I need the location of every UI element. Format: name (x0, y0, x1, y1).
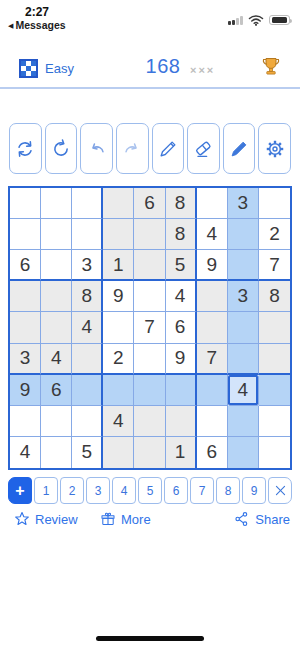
cell-r1c1[interactable] (10, 188, 41, 219)
more-button[interactable]: More (100, 511, 151, 527)
digit-key-4[interactable]: 4 (112, 477, 136, 504)
cell-r9c9[interactable] (259, 437, 290, 468)
cell-r1c3[interactable] (72, 188, 103, 219)
star-icon (14, 511, 30, 527)
status-icons (228, 14, 290, 26)
cellular-signal-icon (228, 16, 243, 25)
cell-r3c7[interactable]: 9 (197, 250, 228, 281)
cell-r4c1[interactable] (10, 281, 41, 312)
eraser-icon (192, 138, 214, 160)
sudoku-grid-icon (19, 59, 38, 78)
review-button[interactable]: Review (14, 511, 78, 527)
cell-r5c6[interactable]: 6 (166, 312, 197, 343)
cell-r9c3[interactable]: 5 (72, 437, 103, 468)
share-label: Share (255, 512, 290, 527)
mistakes-indicator: ××× (190, 64, 215, 76)
pencil-button[interactable] (152, 123, 185, 174)
cell-r7c1[interactable]: 9 (10, 375, 41, 406)
gear-icon (264, 138, 286, 160)
cell-r1c5[interactable]: 6 (134, 188, 165, 219)
status-time: 2:27 (25, 5, 49, 19)
cell-r9c8[interactable] (228, 437, 259, 468)
cell-r3c2[interactable] (41, 250, 72, 281)
back-label: Messages (15, 19, 65, 31)
app-screen: 2:27 ◀ Messages Easy 168 ××× (0, 0, 300, 650)
clear-key[interactable] (268, 477, 292, 504)
cell-r7c7[interactable] (197, 375, 228, 406)
redo-icon (121, 138, 143, 160)
more-label: More (121, 512, 151, 527)
cell-r7c6[interactable] (166, 375, 197, 406)
cell-r6c5[interactable] (134, 344, 165, 375)
back-to-messages-button[interactable]: ◀ Messages (8, 19, 66, 31)
footer-bar: Review More Share (0, 511, 300, 533)
cell-r7c3[interactable] (72, 375, 103, 406)
cell-r4c4[interactable]: 9 (103, 281, 134, 312)
cell-r2c7[interactable]: 4 (197, 219, 228, 250)
cell-r9c7[interactable]: 6 (197, 437, 228, 468)
cell-r4c5[interactable] (134, 281, 165, 312)
cell-r9c4[interactable] (103, 437, 134, 468)
cell-r1c6[interactable]: 8 (166, 188, 197, 219)
cell-r7c2[interactable]: 6 (41, 375, 72, 406)
cell-r9c2[interactable] (41, 437, 72, 468)
cell-r6c6[interactable]: 9 (166, 344, 197, 375)
digit-key-7[interactable]: 7 (190, 477, 214, 504)
digit-key-1[interactable]: 1 (34, 477, 58, 504)
redo-button[interactable] (116, 123, 149, 174)
game-header: Easy 168 ××× (0, 55, 300, 88)
cell-r6c1[interactable]: 3 (10, 344, 41, 375)
pencil-icon (157, 138, 179, 160)
cell-r6c7[interactable]: 7 (197, 344, 228, 375)
cell-r2c3[interactable] (72, 219, 103, 250)
cell-r3c1[interactable]: 6 (10, 250, 41, 281)
cell-r2c5[interactable] (134, 219, 165, 250)
cell-r3c8[interactable] (228, 250, 259, 281)
cell-r9c5[interactable] (134, 437, 165, 468)
cell-r1c7[interactable] (197, 188, 228, 219)
share-icon (234, 511, 250, 527)
eraser-button[interactable] (187, 123, 220, 174)
undo-button[interactable] (80, 123, 113, 174)
wifi-icon (248, 14, 264, 26)
back-arrow-icon: ◀ (8, 22, 13, 29)
cell-r1c9[interactable] (259, 188, 290, 219)
share-button[interactable]: Share (234, 511, 290, 527)
sync-icon (14, 138, 36, 160)
home-indicator[interactable] (96, 636, 204, 641)
digit-key-6[interactable]: 6 (164, 477, 188, 504)
cell-r6c8[interactable] (228, 344, 259, 375)
cell-r3c5[interactable] (134, 250, 165, 281)
cell-r8c7[interactable] (197, 406, 228, 437)
cell-r5c3[interactable]: 4 (72, 312, 103, 343)
cell-r2c2[interactable] (41, 219, 72, 250)
cell-r8c8[interactable] (228, 406, 259, 437)
undo-icon (86, 138, 108, 160)
sudoku-board: 683842631597894384763429796444516 (8, 186, 292, 470)
digit-key-5[interactable]: 5 (138, 477, 162, 504)
header-divider (0, 87, 300, 89)
cell-r7c5[interactable] (134, 375, 165, 406)
cell-r1c8[interactable]: 3 (228, 188, 259, 219)
cell-r3c9[interactable]: 7 (259, 250, 290, 281)
cell-r8c9[interactable] (259, 406, 290, 437)
difficulty-selector[interactable]: Easy (19, 59, 74, 78)
cell-r5c7[interactable] (197, 312, 228, 343)
cell-r5c4[interactable] (103, 312, 134, 343)
cell-r2c9[interactable]: 2 (259, 219, 290, 250)
cell-r3c4[interactable]: 1 (103, 250, 134, 281)
cell-r6c9[interactable] (259, 344, 290, 375)
cell-r1c2[interactable] (41, 188, 72, 219)
cell-r3c6[interactable]: 5 (166, 250, 197, 281)
cell-r2c6[interactable]: 8 (166, 219, 197, 250)
settings-button[interactable] (258, 123, 291, 174)
timer-value: 168 (138, 55, 188, 78)
toolbar (9, 123, 291, 174)
cell-r6c4[interactable]: 2 (103, 344, 134, 375)
notes-plus-key[interactable]: + (8, 477, 32, 504)
digit-key-2[interactable]: 2 (60, 477, 84, 504)
cell-r3c3[interactable]: 3 (72, 250, 103, 281)
restart-button[interactable] (45, 123, 78, 174)
digit-key-9[interactable]: 9 (242, 477, 266, 504)
pen-filled-icon (228, 138, 250, 160)
trophy-icon[interactable] (261, 56, 281, 82)
notes-pen-button[interactable] (223, 123, 256, 174)
cell-r4c3[interactable]: 8 (72, 281, 103, 312)
battery-icon (269, 15, 290, 26)
cell-r7c8[interactable]: 4 (228, 375, 259, 406)
cell-r4c8[interactable]: 3 (228, 281, 259, 312)
digit-key-3[interactable]: 3 (86, 477, 110, 504)
cell-r8c4[interactable]: 4 (103, 406, 134, 437)
numpad: + 123456789 (8, 477, 292, 504)
cell-r5c8[interactable] (228, 312, 259, 343)
difficulty-label: Easy (45, 61, 74, 76)
cell-r6c2[interactable]: 4 (41, 344, 72, 375)
cell-r8c1[interactable] (10, 406, 41, 437)
cell-r9c6[interactable]: 1 (166, 437, 197, 468)
cell-r2c4[interactable] (103, 219, 134, 250)
cell-r5c2[interactable] (41, 312, 72, 343)
cell-r2c8[interactable] (228, 219, 259, 250)
cell-r7c9[interactable] (259, 375, 290, 406)
review-label: Review (35, 512, 78, 527)
cell-r5c5[interactable]: 7 (134, 312, 165, 343)
digit-key-8[interactable]: 8 (216, 477, 240, 504)
restart-icon (50, 138, 72, 160)
gift-icon (100, 511, 116, 527)
cell-r8c5[interactable] (134, 406, 165, 437)
cell-r5c9[interactable] (259, 312, 290, 343)
cell-r2c1[interactable] (10, 219, 41, 250)
cell-r7c4[interactable] (103, 375, 134, 406)
cell-r8c3[interactable] (72, 406, 103, 437)
cell-r9c1[interactable]: 4 (10, 437, 41, 468)
cell-r8c6[interactable] (166, 406, 197, 437)
cell-r4c7[interactable] (197, 281, 228, 312)
cell-r5c1[interactable] (10, 312, 41, 343)
cell-r6c3[interactable] (72, 344, 103, 375)
cell-r4c6[interactable]: 4 (166, 281, 197, 312)
x-icon (274, 484, 287, 497)
cell-r1c4[interactable] (103, 188, 134, 219)
cell-r4c2[interactable] (41, 281, 72, 312)
new-game-button[interactable] (9, 123, 42, 174)
cell-r4c9[interactable]: 8 (259, 281, 290, 312)
cell-r8c2[interactable] (41, 406, 72, 437)
